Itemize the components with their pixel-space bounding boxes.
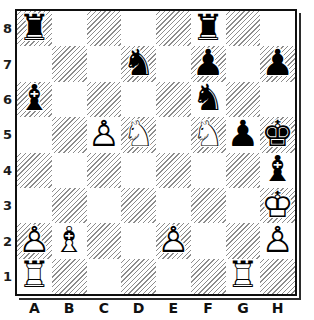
rank-label-1: 1 bbox=[0, 259, 15, 294]
piece-glyph: ♟ bbox=[192, 45, 224, 81]
piece-white-king: ♚♔ bbox=[260, 188, 295, 223]
square-h1 bbox=[260, 259, 295, 294]
square-a5 bbox=[17, 117, 52, 152]
square-d2 bbox=[121, 223, 156, 258]
piece-glyph: ♟ bbox=[227, 116, 259, 152]
square-f5: ♞♘ bbox=[191, 117, 226, 152]
square-f7: ♟♟ bbox=[191, 46, 226, 81]
square-a3 bbox=[17, 188, 52, 223]
square-h5: ♚♚ bbox=[260, 117, 295, 152]
piece-glyph: ♖ bbox=[227, 258, 259, 294]
square-d1 bbox=[121, 259, 156, 294]
square-d6 bbox=[121, 82, 156, 117]
square-c1 bbox=[87, 259, 122, 294]
piece-black-bishop: ♝♝ bbox=[17, 82, 52, 117]
square-f4 bbox=[191, 153, 226, 188]
square-e8 bbox=[156, 11, 191, 46]
square-c6 bbox=[87, 82, 122, 117]
rank-label-8: 8 bbox=[0, 11, 15, 46]
square-f3 bbox=[191, 188, 226, 223]
square-h8 bbox=[260, 11, 295, 46]
square-g6 bbox=[226, 82, 261, 117]
square-b8 bbox=[52, 11, 87, 46]
square-c2 bbox=[87, 223, 122, 258]
square-g3 bbox=[226, 188, 261, 223]
square-b6 bbox=[52, 82, 87, 117]
piece-glyph: ♘ bbox=[192, 116, 224, 152]
piece-black-pawn: ♟♟ bbox=[191, 46, 226, 81]
square-h7: ♟♟ bbox=[260, 46, 295, 81]
piece-white-pawn: ♟♙ bbox=[17, 223, 52, 258]
square-g7 bbox=[226, 46, 261, 81]
square-b3 bbox=[52, 188, 87, 223]
square-d7: ♞♞ bbox=[121, 46, 156, 81]
rank-label-4: 4 bbox=[0, 153, 15, 188]
square-e2: ♟♙ bbox=[156, 223, 191, 258]
file-label-G: G bbox=[226, 300, 261, 316]
square-b4 bbox=[52, 153, 87, 188]
square-a8: ♜♜ bbox=[17, 11, 52, 46]
chess-diagram: 87654321 ♜♜♜♜♞♞♟♟♟♟♝♝♞♞♟♙♞♘♞♘♟♟♚♚♝♝♚♔♟♙♝… bbox=[0, 0, 314, 320]
file-label-A: A bbox=[17, 300, 52, 316]
square-c3 bbox=[87, 188, 122, 223]
square-a7 bbox=[17, 46, 52, 81]
piece-white-pawn: ♟♙ bbox=[260, 223, 295, 258]
file-label-E: E bbox=[156, 300, 191, 316]
square-g2 bbox=[226, 223, 261, 258]
square-g1: ♜♖ bbox=[226, 259, 261, 294]
piece-glyph: ♞ bbox=[192, 81, 224, 117]
piece-black-king: ♚♚ bbox=[260, 117, 295, 152]
piece-black-pawn: ♟♟ bbox=[260, 46, 295, 81]
piece-black-knight: ♞♞ bbox=[121, 46, 156, 81]
piece-glyph: ♞ bbox=[122, 45, 154, 81]
piece-black-pawn: ♟♟ bbox=[226, 117, 261, 152]
board-box: ♜♜♜♜♞♞♟♟♟♟♝♝♞♞♟♙♞♘♞♘♟♟♚♚♝♝♚♔♟♙♝♗♟♙♟♙♜♖♜♖ bbox=[15, 9, 297, 296]
square-g5: ♟♟ bbox=[226, 117, 261, 152]
chess-board: ♜♜♜♜♞♞♟♟♟♟♝♝♞♞♟♙♞♘♞♘♟♟♚♚♝♝♚♔♟♙♝♗♟♙♟♙♜♖♜♖ bbox=[17, 11, 295, 294]
piece-glyph: ♙ bbox=[18, 222, 50, 258]
square-d5: ♞♘ bbox=[121, 117, 156, 152]
rank-label-3: 3 bbox=[0, 188, 15, 223]
rank-labels: 87654321 bbox=[0, 11, 15, 294]
piece-glyph: ♟ bbox=[261, 45, 293, 81]
square-b1 bbox=[52, 259, 87, 294]
square-d3 bbox=[121, 188, 156, 223]
rank-label-6: 6 bbox=[0, 82, 15, 117]
square-c4 bbox=[87, 153, 122, 188]
piece-glyph: ♔ bbox=[261, 187, 293, 223]
square-f8: ♜♜ bbox=[191, 11, 226, 46]
piece-glyph: ♗ bbox=[53, 222, 85, 258]
piece-glyph: ♚ bbox=[261, 116, 293, 152]
file-label-F: F bbox=[191, 300, 226, 316]
piece-white-bishop: ♝♗ bbox=[52, 223, 87, 258]
piece-white-rook: ♜♖ bbox=[226, 259, 261, 294]
piece-glyph: ♝ bbox=[261, 152, 293, 188]
square-h2: ♟♙ bbox=[260, 223, 295, 258]
piece-black-bishop: ♝♝ bbox=[260, 153, 295, 188]
file-label-D: D bbox=[121, 300, 156, 316]
square-c5: ♟♙ bbox=[87, 117, 122, 152]
piece-glyph: ♙ bbox=[88, 116, 120, 152]
piece-black-knight: ♞♞ bbox=[191, 82, 226, 117]
square-a6: ♝♝ bbox=[17, 82, 52, 117]
square-e3 bbox=[156, 188, 191, 223]
square-c7 bbox=[87, 46, 122, 81]
piece-glyph: ♙ bbox=[261, 222, 293, 258]
square-h6 bbox=[260, 82, 295, 117]
square-f6: ♞♞ bbox=[191, 82, 226, 117]
rank-label-7: 7 bbox=[0, 46, 15, 81]
square-b2: ♝♗ bbox=[52, 223, 87, 258]
square-a2: ♟♙ bbox=[17, 223, 52, 258]
file-label-B: B bbox=[52, 300, 87, 316]
piece-glyph: ♘ bbox=[122, 116, 154, 152]
square-e6 bbox=[156, 82, 191, 117]
file-label-H: H bbox=[260, 300, 295, 316]
square-e5 bbox=[156, 117, 191, 152]
piece-white-knight: ♞♘ bbox=[121, 117, 156, 152]
square-b7 bbox=[52, 46, 87, 81]
square-b5 bbox=[52, 117, 87, 152]
square-e7 bbox=[156, 46, 191, 81]
piece-glyph: ♙ bbox=[157, 222, 189, 258]
file-label-C: C bbox=[87, 300, 122, 316]
square-f1 bbox=[191, 259, 226, 294]
piece-white-rook: ♜♖ bbox=[17, 259, 52, 294]
square-g4 bbox=[226, 153, 261, 188]
square-d4 bbox=[121, 153, 156, 188]
square-h4: ♝♝ bbox=[260, 153, 295, 188]
piece-glyph: ♜ bbox=[192, 10, 224, 46]
square-c8 bbox=[87, 11, 122, 46]
square-g8 bbox=[226, 11, 261, 46]
file-labels: ABCDEFGH bbox=[17, 300, 295, 316]
piece-glyph: ♖ bbox=[18, 258, 50, 294]
square-d8 bbox=[121, 11, 156, 46]
piece-white-pawn: ♟♙ bbox=[87, 117, 122, 152]
square-e4 bbox=[156, 153, 191, 188]
piece-white-pawn: ♟♙ bbox=[156, 223, 191, 258]
piece-glyph: ♝ bbox=[18, 81, 50, 117]
square-a4 bbox=[17, 153, 52, 188]
piece-glyph: ♜ bbox=[18, 10, 50, 46]
square-e1 bbox=[156, 259, 191, 294]
square-a1: ♜♖ bbox=[17, 259, 52, 294]
piece-black-rook: ♜♜ bbox=[191, 11, 226, 46]
piece-white-knight: ♞♘ bbox=[191, 117, 226, 152]
square-h3: ♚♔ bbox=[260, 188, 295, 223]
rank-label-5: 5 bbox=[0, 117, 15, 152]
rank-label-2: 2 bbox=[0, 223, 15, 258]
piece-black-rook: ♜♜ bbox=[17, 11, 52, 46]
square-f2 bbox=[191, 223, 226, 258]
